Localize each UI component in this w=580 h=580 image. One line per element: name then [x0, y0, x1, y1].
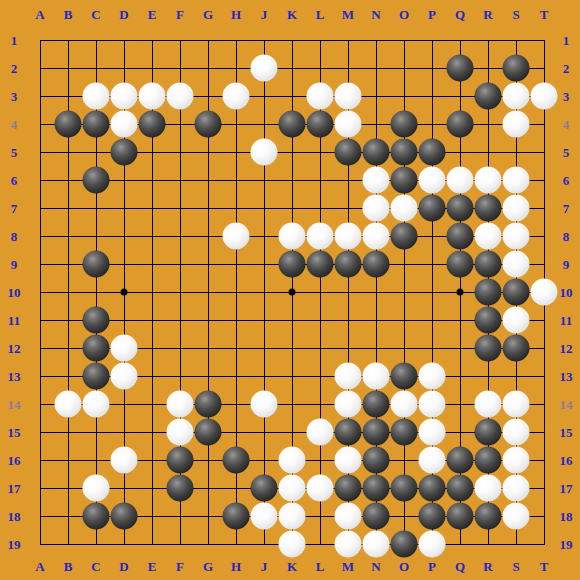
col-label-top-D: D	[119, 8, 128, 21]
white-stone-J14[interactable]	[251, 391, 278, 418]
col-label-bottom-H: H	[231, 560, 241, 573]
row-label-left-15: 15	[8, 426, 21, 439]
white-stone-S8[interactable]	[503, 223, 530, 250]
black-stone-O15[interactable]	[391, 419, 418, 446]
row-label-right-10: 10	[560, 286, 573, 299]
row-label-right-2: 2	[563, 62, 570, 75]
black-stone-N14[interactable]	[363, 391, 390, 418]
black-stone-F17[interactable]	[167, 475, 194, 502]
black-stone-Q18[interactable]	[447, 503, 474, 530]
black-stone-R10[interactable]	[475, 279, 502, 306]
white-stone-S18[interactable]	[503, 503, 530, 530]
black-stone-Q17[interactable]	[447, 475, 474, 502]
black-stone-P7[interactable]	[419, 195, 446, 222]
white-stone-S16[interactable]	[503, 447, 530, 474]
white-stone-L15[interactable]	[307, 419, 334, 446]
white-stone-O7[interactable]	[391, 195, 418, 222]
col-label-bottom-R: R	[483, 560, 492, 573]
col-label-top-C: C	[91, 8, 100, 21]
black-stone-P5[interactable]	[419, 139, 446, 166]
black-stone-L4[interactable]	[307, 111, 334, 138]
white-stone-D3[interactable]	[111, 83, 138, 110]
black-stone-K9[interactable]	[279, 251, 306, 278]
black-stone-R16[interactable]	[475, 447, 502, 474]
row-label-right-12: 12	[560, 342, 573, 355]
black-stone-O19[interactable]	[391, 531, 418, 558]
white-stone-J2[interactable]	[251, 55, 278, 82]
col-label-top-M: M	[342, 8, 354, 21]
white-stone-P15[interactable]	[419, 419, 446, 446]
white-stone-H8[interactable]	[223, 223, 250, 250]
col-label-top-N: N	[371, 8, 380, 21]
col-label-bottom-G: G	[203, 560, 213, 573]
black-stone-Q2[interactable]	[447, 55, 474, 82]
black-stone-P18[interactable]	[419, 503, 446, 530]
white-stone-D13[interactable]	[111, 363, 138, 390]
white-stone-C17[interactable]	[83, 475, 110, 502]
col-label-bottom-F: F	[176, 560, 184, 573]
col-label-top-P: P	[428, 8, 436, 21]
black-stone-C13[interactable]	[83, 363, 110, 390]
star-point-D10	[121, 289, 128, 296]
row-label-left-7: 7	[11, 202, 18, 215]
white-stone-M16[interactable]	[335, 447, 362, 474]
black-stone-C9[interactable]	[83, 251, 110, 278]
col-label-top-L: L	[316, 8, 325, 21]
col-label-bottom-D: D	[119, 560, 128, 573]
white-stone-R17[interactable]	[475, 475, 502, 502]
row-label-right-5: 5	[563, 146, 570, 159]
white-stone-H3[interactable]	[223, 83, 250, 110]
black-stone-R12[interactable]	[475, 335, 502, 362]
row-label-right-3: 3	[563, 90, 570, 103]
white-stone-T10[interactable]	[531, 279, 558, 306]
black-stone-O5[interactable]	[391, 139, 418, 166]
row-label-right-9: 9	[563, 258, 570, 271]
col-label-bottom-A: A	[35, 560, 44, 573]
black-stone-Q16[interactable]	[447, 447, 474, 474]
white-stone-N7[interactable]	[363, 195, 390, 222]
black-stone-N18[interactable]	[363, 503, 390, 530]
white-stone-K19[interactable]	[279, 531, 306, 558]
black-stone-G4[interactable]	[195, 111, 222, 138]
star-point-Q10	[457, 289, 464, 296]
col-label-top-E: E	[148, 8, 157, 21]
black-stone-C6[interactable]	[83, 167, 110, 194]
white-stone-S14[interactable]	[503, 391, 530, 418]
black-stone-D18[interactable]	[111, 503, 138, 530]
black-stone-Q9[interactable]	[447, 251, 474, 278]
black-stone-C4[interactable]	[83, 111, 110, 138]
col-label-bottom-L: L	[316, 560, 325, 573]
row-label-left-6: 6	[11, 174, 18, 187]
white-stone-S15[interactable]	[503, 419, 530, 446]
black-stone-D5[interactable]	[111, 139, 138, 166]
black-stone-O13[interactable]	[391, 363, 418, 390]
black-stone-G15[interactable]	[195, 419, 222, 446]
white-stone-N8[interactable]	[363, 223, 390, 250]
white-stone-P16[interactable]	[419, 447, 446, 474]
white-stone-T3[interactable]	[531, 83, 558, 110]
black-stone-O4[interactable]	[391, 111, 418, 138]
white-stone-M14[interactable]	[335, 391, 362, 418]
white-stone-F3[interactable]	[167, 83, 194, 110]
row-label-left-2: 2	[11, 62, 18, 75]
black-stone-R15[interactable]	[475, 419, 502, 446]
black-stone-H16[interactable]	[223, 447, 250, 474]
white-stone-S11[interactable]	[503, 307, 530, 334]
row-label-left-10: 10	[8, 286, 21, 299]
col-label-bottom-T: T	[540, 560, 549, 573]
black-stone-N16[interactable]	[363, 447, 390, 474]
col-label-bottom-Q: Q	[455, 560, 465, 573]
black-stone-L9[interactable]	[307, 251, 334, 278]
white-stone-L3[interactable]	[307, 83, 334, 110]
row-label-right-11: 11	[560, 314, 572, 327]
white-stone-O14[interactable]	[391, 391, 418, 418]
go-board-screen: AABBCCDDEEFFGGHHJJKKLLMMNNOOPPQQRRSSTT11…	[0, 0, 580, 580]
black-stone-K4[interactable]	[279, 111, 306, 138]
white-stone-M8[interactable]	[335, 223, 362, 250]
black-stone-R7[interactable]	[475, 195, 502, 222]
row-label-left-13: 13	[8, 370, 21, 383]
row-label-right-15: 15	[560, 426, 573, 439]
white-stone-M19[interactable]	[335, 531, 362, 558]
col-label-bottom-P: P	[428, 560, 436, 573]
white-stone-R8[interactable]	[475, 223, 502, 250]
col-label-top-F: F	[176, 8, 184, 21]
row-label-left-16: 16	[8, 454, 21, 467]
black-stone-N9[interactable]	[363, 251, 390, 278]
black-stone-H18[interactable]	[223, 503, 250, 530]
white-stone-P19[interactable]	[419, 531, 446, 558]
col-label-bottom-C: C	[91, 560, 100, 573]
row-label-left-11: 11	[8, 314, 20, 327]
white-stone-P13[interactable]	[419, 363, 446, 390]
black-stone-J17[interactable]	[251, 475, 278, 502]
white-stone-F14[interactable]	[167, 391, 194, 418]
black-stone-O17[interactable]	[391, 475, 418, 502]
black-stone-M15[interactable]	[335, 419, 362, 446]
row-label-left-14: 14	[8, 398, 21, 411]
row-label-left-17: 17	[8, 482, 21, 495]
white-stone-M18[interactable]	[335, 503, 362, 530]
row-label-right-13: 13	[560, 370, 573, 383]
black-stone-Q8[interactable]	[447, 223, 474, 250]
col-label-top-K: K	[287, 8, 297, 21]
black-stone-R18[interactable]	[475, 503, 502, 530]
black-stone-N15[interactable]	[363, 419, 390, 446]
black-stone-M5[interactable]	[335, 139, 362, 166]
row-label-right-1: 1	[563, 34, 570, 47]
black-stone-E4[interactable]	[139, 111, 166, 138]
black-stone-N17[interactable]	[363, 475, 390, 502]
col-label-top-Q: Q	[455, 8, 465, 21]
black-stone-S12[interactable]	[503, 335, 530, 362]
row-label-left-19: 19	[8, 538, 21, 551]
black-stone-B4[interactable]	[55, 111, 82, 138]
white-stone-S3[interactable]	[503, 83, 530, 110]
row-label-left-5: 5	[11, 146, 18, 159]
white-stone-B14[interactable]	[55, 391, 82, 418]
white-stone-K17[interactable]	[279, 475, 306, 502]
col-label-bottom-S: S	[512, 560, 519, 573]
white-stone-D4[interactable]	[111, 111, 138, 138]
col-label-top-R: R	[483, 8, 492, 21]
white-stone-N6[interactable]	[363, 167, 390, 194]
white-stone-M13[interactable]	[335, 363, 362, 390]
row-label-left-4: 4	[11, 118, 18, 131]
black-stone-Q7[interactable]	[447, 195, 474, 222]
col-label-top-A: A	[35, 8, 44, 21]
col-label-bottom-M: M	[342, 560, 354, 573]
black-stone-N5[interactable]	[363, 139, 390, 166]
black-stone-C11[interactable]	[83, 307, 110, 334]
col-label-bottom-O: O	[399, 560, 409, 573]
white-stone-L8[interactable]	[307, 223, 334, 250]
black-stone-C18[interactable]	[83, 503, 110, 530]
white-stone-M4[interactable]	[335, 111, 362, 138]
white-stone-P6[interactable]	[419, 167, 446, 194]
white-stone-J18[interactable]	[251, 503, 278, 530]
black-stone-G14[interactable]	[195, 391, 222, 418]
col-label-top-J: J	[261, 8, 268, 21]
col-label-top-S: S	[512, 8, 519, 21]
col-label-bottom-E: E	[148, 560, 157, 573]
black-stone-O8[interactable]	[391, 223, 418, 250]
row-label-right-7: 7	[563, 202, 570, 215]
white-stone-N13[interactable]	[363, 363, 390, 390]
col-label-bottom-K: K	[287, 560, 297, 573]
black-stone-P17[interactable]	[419, 475, 446, 502]
row-label-left-8: 8	[11, 230, 18, 243]
white-stone-S7[interactable]	[503, 195, 530, 222]
white-stone-L17[interactable]	[307, 475, 334, 502]
black-stone-S10[interactable]	[503, 279, 530, 306]
col-label-top-G: G	[203, 8, 213, 21]
row-label-left-18: 18	[8, 510, 21, 523]
white-stone-K16[interactable]	[279, 447, 306, 474]
row-label-left-3: 3	[11, 90, 18, 103]
row-label-left-9: 9	[11, 258, 18, 271]
white-stone-M3[interactable]	[335, 83, 362, 110]
white-stone-P14[interactable]	[419, 391, 446, 418]
white-stone-S17[interactable]	[503, 475, 530, 502]
row-label-right-18: 18	[560, 510, 573, 523]
row-label-left-12: 12	[8, 342, 21, 355]
row-label-right-4: 4	[563, 118, 570, 131]
white-stone-R6[interactable]	[475, 167, 502, 194]
white-stone-D16[interactable]	[111, 447, 138, 474]
col-label-top-B: B	[64, 8, 73, 21]
row-label-right-17: 17	[560, 482, 573, 495]
black-stone-M17[interactable]	[335, 475, 362, 502]
white-stone-N19[interactable]	[363, 531, 390, 558]
row-label-left-1: 1	[11, 34, 18, 47]
row-label-right-14: 14	[560, 398, 573, 411]
white-stone-F15[interactable]	[167, 419, 194, 446]
white-stone-K8[interactable]	[279, 223, 306, 250]
white-stone-S6[interactable]	[503, 167, 530, 194]
col-label-bottom-N: N	[371, 560, 380, 573]
black-stone-C12[interactable]	[83, 335, 110, 362]
star-point-K10	[289, 289, 296, 296]
white-stone-R14[interactable]	[475, 391, 502, 418]
col-label-top-H: H	[231, 8, 241, 21]
black-stone-M9[interactable]	[335, 251, 362, 278]
white-stone-C14[interactable]	[83, 391, 110, 418]
black-stone-Q4[interactable]	[447, 111, 474, 138]
white-stone-K18[interactable]	[279, 503, 306, 530]
row-label-right-6: 6	[563, 174, 570, 187]
white-stone-J5[interactable]	[251, 139, 278, 166]
white-stone-E3[interactable]	[139, 83, 166, 110]
white-stone-C3[interactable]	[83, 83, 110, 110]
row-label-right-19: 19	[560, 538, 573, 551]
col-label-top-T: T	[540, 8, 549, 21]
row-label-right-8: 8	[563, 230, 570, 243]
black-stone-O6[interactable]	[391, 167, 418, 194]
white-stone-S9[interactable]	[503, 251, 530, 278]
black-stone-R9[interactable]	[475, 251, 502, 278]
col-label-bottom-B: B	[64, 560, 73, 573]
white-stone-Q6[interactable]	[447, 167, 474, 194]
black-stone-R11[interactable]	[475, 307, 502, 334]
black-stone-R3[interactable]	[475, 83, 502, 110]
white-stone-D12[interactable]	[111, 335, 138, 362]
col-label-bottom-J: J	[261, 560, 268, 573]
black-stone-S2[interactable]	[503, 55, 530, 82]
black-stone-F16[interactable]	[167, 447, 194, 474]
col-label-top-O: O	[399, 8, 409, 21]
white-stone-S4[interactable]	[503, 111, 530, 138]
row-label-right-16: 16	[560, 454, 573, 467]
